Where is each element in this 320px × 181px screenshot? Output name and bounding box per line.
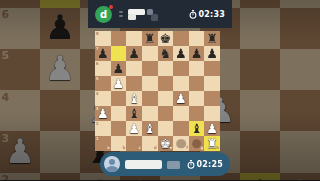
square-e3[interactable] bbox=[158, 106, 174, 121]
square-h7: ♟ bbox=[280, 0, 320, 8]
square-c2[interactable]: ♟ bbox=[126, 121, 142, 136]
square-d2[interactable]: ♝ bbox=[142, 121, 158, 136]
piece-bP-a7: ♟ bbox=[5, 0, 35, 3]
piece-wB-d2[interactable]: ♝ bbox=[144, 122, 156, 135]
square-d5[interactable] bbox=[142, 76, 158, 91]
square-e6[interactable] bbox=[158, 61, 174, 76]
piece-wP-h2: ♟ bbox=[285, 175, 315, 180]
square-e4[interactable] bbox=[158, 91, 174, 106]
square-h5[interactable] bbox=[204, 76, 220, 91]
square-a8[interactable]: 8 bbox=[95, 31, 111, 46]
piece-bK-e8[interactable]: ♚ bbox=[159, 32, 171, 45]
piece-bR-h8[interactable]: ♜ bbox=[206, 32, 218, 45]
square-a6: 6 bbox=[0, 8, 40, 49]
clock-icon bbox=[187, 160, 195, 169]
piece-bP-h7: ♟ bbox=[285, 0, 315, 3]
square-a7: 7♟ bbox=[0, 0, 40, 8]
square-g1[interactable]: g bbox=[189, 136, 205, 151]
square-e5[interactable] bbox=[158, 76, 174, 91]
square-a5: 5 bbox=[0, 49, 40, 90]
square-e8[interactable]: ♚ bbox=[158, 31, 174, 46]
piece-bB-g2: ♝ bbox=[245, 175, 275, 180]
file-label-g: g bbox=[201, 146, 204, 150]
piece-wB-d2: ♝ bbox=[125, 175, 155, 180]
square-d8[interactable]: ♜ bbox=[142, 31, 158, 46]
square-h6[interactable] bbox=[204, 61, 220, 76]
square-b7 bbox=[40, 0, 80, 8]
piece-bN-e7[interactable]: ♞ bbox=[159, 47, 171, 60]
piece-wP-h2[interactable]: ♟ bbox=[206, 122, 218, 135]
square-e1[interactable]: e♚ bbox=[158, 136, 174, 151]
rank-label-2: 2 bbox=[96, 122, 99, 126]
piece-bP-h7[interactable]: ♟ bbox=[206, 47, 218, 60]
square-b6[interactable]: ♟ bbox=[111, 61, 127, 76]
rank-label-2: 2 bbox=[2, 174, 10, 180]
rank-label-6: 6 bbox=[2, 9, 10, 20]
square-c3[interactable]: ♝ bbox=[126, 106, 142, 121]
square-d6[interactable] bbox=[142, 61, 158, 76]
square-g5[interactable] bbox=[189, 76, 205, 91]
square-a2[interactable]: 2 bbox=[95, 121, 111, 136]
square-a4: 4 bbox=[0, 90, 40, 131]
file-label-c: c bbox=[139, 146, 141, 150]
piece-bP-b6: ♟ bbox=[45, 10, 75, 44]
square-g2: ♝ bbox=[240, 173, 280, 181]
square-h3 bbox=[280, 131, 320, 172]
square-a4[interactable]: 4 bbox=[95, 91, 111, 106]
square-g6[interactable] bbox=[189, 61, 205, 76]
square-c4[interactable]: ♝ bbox=[126, 91, 142, 106]
piece-wP-b5[interactable]: ♟ bbox=[113, 77, 125, 90]
bottom-player-avatar[interactable] bbox=[104, 156, 120, 172]
piece-bP-a7[interactable]: ♟ bbox=[97, 47, 109, 60]
piece-bP-f7[interactable]: ♟ bbox=[175, 47, 187, 60]
file-label-b: b bbox=[122, 146, 125, 150]
piece-bP-g7[interactable]: ♟ bbox=[191, 47, 203, 60]
square-b2[interactable] bbox=[111, 121, 127, 136]
square-a1[interactable]: 1a bbox=[95, 136, 111, 151]
square-a3[interactable]: 3♟ bbox=[95, 106, 111, 121]
piece-bP-c7[interactable]: ♟ bbox=[128, 47, 140, 60]
square-g4 bbox=[240, 90, 280, 131]
square-e2[interactable] bbox=[158, 121, 174, 136]
chess-board[interactable]: 8♜♚♜7♟♟♞♟♟♟6♟5♟4♝♟3♟♝2♟♝♝♟1abcde♚fgh♜ bbox=[95, 31, 220, 151]
rank-label-8: 8 bbox=[96, 32, 99, 36]
piece-bP-g7: ♟ bbox=[245, 0, 275, 3]
piece-bB-c3[interactable]: ♝ bbox=[128, 107, 140, 120]
captured-material-marks bbox=[119, 11, 123, 17]
square-b3[interactable] bbox=[111, 106, 127, 121]
file-label-d: d bbox=[154, 146, 157, 150]
square-a5[interactable]: 5 bbox=[95, 76, 111, 91]
move-destination-dot[interactable] bbox=[176, 139, 186, 149]
piece-wK-e1[interactable]: ♚ bbox=[159, 137, 171, 150]
square-g2[interactable]: ♝ bbox=[189, 121, 205, 136]
square-f5[interactable] bbox=[173, 76, 189, 91]
top-player-avatar[interactable]: d bbox=[95, 6, 112, 23]
square-c6[interactable] bbox=[126, 61, 142, 76]
square-b5: ♟ bbox=[40, 49, 80, 90]
piece-wR-h1[interactable]: ♜ bbox=[206, 137, 218, 150]
square-h3[interactable] bbox=[204, 106, 220, 121]
rank-label-1: 1 bbox=[96, 137, 99, 141]
censored-username bbox=[125, 158, 183, 170]
square-a2: 2 bbox=[0, 173, 40, 181]
square-g5 bbox=[240, 49, 280, 90]
top-clock-time: 02:33 bbox=[199, 10, 225, 19]
rank-label-4: 4 bbox=[96, 92, 99, 96]
piece-wB-c4[interactable]: ♝ bbox=[128, 92, 140, 105]
square-g6 bbox=[240, 8, 280, 49]
square-f4[interactable]: ♟ bbox=[173, 91, 189, 106]
bottom-player-bar: 02:25 bbox=[100, 152, 230, 176]
square-b5[interactable]: ♟ bbox=[111, 76, 127, 91]
square-b3 bbox=[40, 131, 80, 172]
file-label-a: a bbox=[107, 146, 110, 150]
rank-label-6: 6 bbox=[96, 62, 99, 66]
square-d7[interactable] bbox=[142, 46, 158, 61]
person-icon bbox=[109, 159, 115, 165]
square-a3: 3♟ bbox=[0, 131, 40, 172]
square-d4[interactable] bbox=[142, 91, 158, 106]
piece-bP-b6[interactable]: ♟ bbox=[113, 62, 125, 75]
square-f7[interactable]: ♟ bbox=[173, 46, 189, 61]
piece-wP-c2: ♟ bbox=[85, 175, 115, 180]
square-f2[interactable] bbox=[173, 121, 189, 136]
square-b6: ♟ bbox=[40, 8, 80, 49]
piece-bB-g2[interactable]: ♝ bbox=[191, 122, 203, 135]
square-h2[interactable]: ♟ bbox=[204, 121, 220, 136]
bottom-clock-time: 02:25 bbox=[197, 160, 223, 169]
piece-wP-f4[interactable]: ♟ bbox=[175, 92, 187, 105]
square-a6[interactable]: 6 bbox=[95, 61, 111, 76]
square-h8[interactable]: ♜ bbox=[204, 31, 220, 46]
square-g7: ♟ bbox=[240, 0, 280, 8]
square-f6[interactable] bbox=[173, 61, 189, 76]
piece-wP-a3[interactable]: ♟ bbox=[97, 107, 109, 120]
square-c8[interactable] bbox=[126, 31, 142, 46]
square-d1[interactable]: d bbox=[142, 136, 158, 151]
square-h5 bbox=[280, 49, 320, 90]
square-d3[interactable] bbox=[142, 106, 158, 121]
square-b1[interactable]: b bbox=[111, 136, 127, 151]
presence-dot-icon bbox=[109, 5, 113, 9]
square-b7[interactable] bbox=[111, 46, 127, 61]
square-g7[interactable]: ♟ bbox=[189, 46, 205, 61]
piece-wP-a3: ♟ bbox=[5, 134, 35, 168]
bottom-player-clock: 02:25 bbox=[187, 160, 223, 169]
square-h7[interactable]: ♟ bbox=[204, 46, 220, 61]
square-e7[interactable]: ♞ bbox=[158, 46, 174, 61]
square-a7[interactable]: 7♟ bbox=[95, 46, 111, 61]
square-b2 bbox=[40, 173, 80, 181]
square-c7[interactable]: ♟ bbox=[126, 46, 142, 61]
top-player-bar: d 02:33 bbox=[88, 0, 232, 28]
square-h1[interactable]: h♜ bbox=[204, 136, 220, 151]
piece-bR-d8[interactable]: ♜ bbox=[144, 32, 156, 45]
square-f1[interactable]: f bbox=[173, 136, 189, 151]
square-g4[interactable] bbox=[189, 91, 205, 106]
square-h6 bbox=[280, 8, 320, 49]
rank-label-5: 5 bbox=[2, 50, 10, 61]
top-player-clock: 02:33 bbox=[189, 10, 225, 19]
piece-wP-b5: ♟ bbox=[45, 52, 75, 86]
rank-label-4: 4 bbox=[2, 92, 10, 103]
square-g3[interactable] bbox=[189, 106, 205, 121]
rank-label-5: 5 bbox=[96, 77, 99, 81]
square-f3[interactable] bbox=[173, 106, 189, 121]
move-destination-dot[interactable] bbox=[192, 139, 202, 149]
censored-username bbox=[125, 7, 155, 21]
piece-wP-c2[interactable]: ♟ bbox=[128, 122, 140, 135]
square-f8[interactable] bbox=[173, 31, 189, 46]
square-h4[interactable] bbox=[204, 91, 220, 106]
square-b8[interactable] bbox=[111, 31, 127, 46]
square-c5[interactable] bbox=[126, 76, 142, 91]
square-g3 bbox=[240, 131, 280, 172]
square-h4 bbox=[280, 90, 320, 131]
file-label-f: f bbox=[186, 146, 188, 150]
square-b4 bbox=[40, 90, 80, 131]
clock-icon bbox=[189, 10, 197, 19]
square-c1[interactable]: c bbox=[126, 136, 142, 151]
square-g8[interactable] bbox=[189, 31, 205, 46]
square-h2: ♟ bbox=[280, 173, 320, 181]
square-b4[interactable] bbox=[111, 91, 127, 106]
